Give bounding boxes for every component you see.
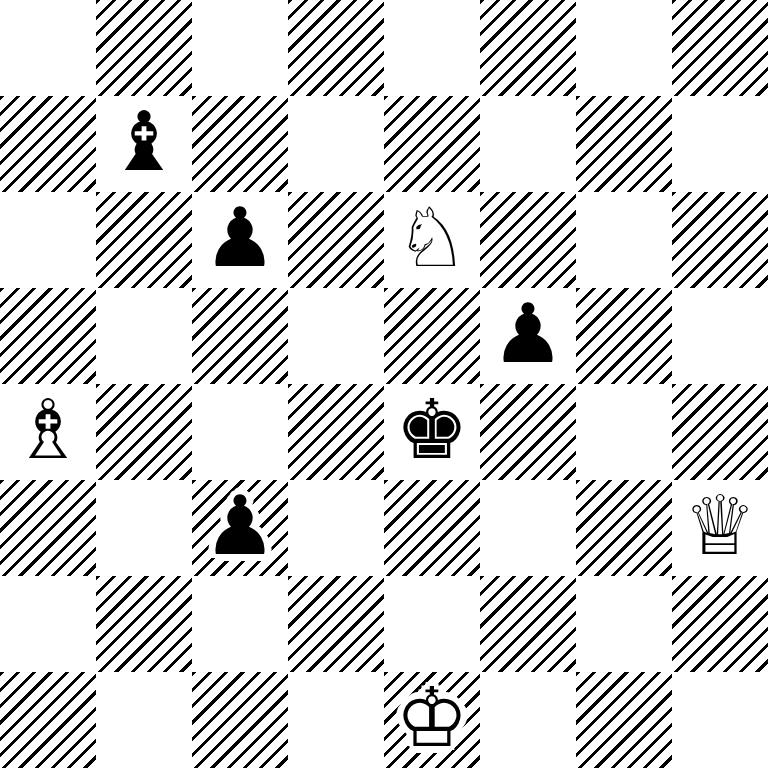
black-pawn-piece[interactable]: ♟♟ [192, 480, 288, 576]
black-pawn-icon: ♟ [203, 197, 277, 279]
square-g6[interactable] [576, 192, 672, 288]
square-a5[interactable] [0, 288, 96, 384]
black-pawn-icon: ♟ [491, 293, 565, 375]
square-a3[interactable] [0, 480, 96, 576]
square-a4[interactable]: ♝♗ [0, 384, 96, 480]
square-e6[interactable]: ♞♘ [384, 192, 480, 288]
square-b1[interactable] [96, 672, 192, 768]
white-king-icon: ♔ [395, 677, 469, 759]
square-f8[interactable] [480, 0, 576, 96]
square-d8[interactable] [288, 0, 384, 96]
square-b2[interactable] [96, 576, 192, 672]
square-f5[interactable]: ♟♟ [480, 288, 576, 384]
square-a1[interactable] [0, 672, 96, 768]
black-pawn-piece[interactable]: ♟♟ [192, 192, 288, 288]
square-h1[interactable] [672, 672, 768, 768]
square-e5[interactable] [384, 288, 480, 384]
white-queen-icon: ♕ [683, 485, 757, 567]
square-e2[interactable] [384, 576, 480, 672]
square-d4[interactable] [288, 384, 384, 480]
white-knight-icon: ♘ [395, 197, 469, 279]
square-d5[interactable] [288, 288, 384, 384]
square-c7[interactable] [192, 96, 288, 192]
white-bishop-piece[interactable]: ♝♗ [0, 384, 96, 480]
square-a8[interactable] [0, 0, 96, 96]
square-h3[interactable]: ♛♕ [672, 480, 768, 576]
square-e8[interactable] [384, 0, 480, 96]
square-h5[interactable] [672, 288, 768, 384]
square-c1[interactable] [192, 672, 288, 768]
square-a6[interactable] [0, 192, 96, 288]
white-bishop-icon: ♗ [11, 389, 85, 471]
square-b5[interactable] [96, 288, 192, 384]
square-d6[interactable] [288, 192, 384, 288]
square-h7[interactable] [672, 96, 768, 192]
black-pawn-icon: ♟ [203, 485, 277, 567]
chess-board: ♝♝♟♟♞♘♟♟♝♗♚♚♟♟♛♕♚♔ [0, 0, 768, 768]
square-d1[interactable] [288, 672, 384, 768]
square-c2[interactable] [192, 576, 288, 672]
square-a2[interactable] [0, 576, 96, 672]
square-b7[interactable]: ♝♝ [96, 96, 192, 192]
square-f7[interactable] [480, 96, 576, 192]
square-h4[interactable] [672, 384, 768, 480]
square-c6[interactable]: ♟♟ [192, 192, 288, 288]
square-g8[interactable] [576, 0, 672, 96]
square-d3[interactable] [288, 480, 384, 576]
black-king-icon: ♚ [395, 389, 469, 471]
white-queen-piece[interactable]: ♛♕ [672, 480, 768, 576]
black-bishop-piece[interactable]: ♝♝ [96, 96, 192, 192]
square-d2[interactable] [288, 576, 384, 672]
square-f1[interactable] [480, 672, 576, 768]
square-g2[interactable] [576, 576, 672, 672]
square-c4[interactable] [192, 384, 288, 480]
square-g5[interactable] [576, 288, 672, 384]
square-a7[interactable] [0, 96, 96, 192]
square-b8[interactable] [96, 0, 192, 96]
square-g3[interactable] [576, 480, 672, 576]
square-e7[interactable] [384, 96, 480, 192]
square-g1[interactable] [576, 672, 672, 768]
square-c8[interactable] [192, 0, 288, 96]
square-e3[interactable] [384, 480, 480, 576]
black-bishop-icon: ♝ [107, 101, 181, 183]
square-f4[interactable] [480, 384, 576, 480]
square-f3[interactable] [480, 480, 576, 576]
white-king-piece[interactable]: ♚♔ [384, 672, 480, 768]
square-g7[interactable] [576, 96, 672, 192]
square-c5[interactable] [192, 288, 288, 384]
square-b6[interactable] [96, 192, 192, 288]
square-c3[interactable]: ♟♟ [192, 480, 288, 576]
square-f6[interactable] [480, 192, 576, 288]
square-g4[interactable] [576, 384, 672, 480]
square-h2[interactable] [672, 576, 768, 672]
white-knight-piece[interactable]: ♞♘ [384, 192, 480, 288]
square-h8[interactable] [672, 0, 768, 96]
square-h6[interactable] [672, 192, 768, 288]
black-pawn-piece[interactable]: ♟♟ [480, 288, 576, 384]
black-king-piece[interactable]: ♚♚ [384, 384, 480, 480]
square-d7[interactable] [288, 96, 384, 192]
square-e4[interactable]: ♚♚ [384, 384, 480, 480]
square-e1[interactable]: ♚♔ [384, 672, 480, 768]
square-b3[interactable] [96, 480, 192, 576]
square-f2[interactable] [480, 576, 576, 672]
square-b4[interactable] [96, 384, 192, 480]
